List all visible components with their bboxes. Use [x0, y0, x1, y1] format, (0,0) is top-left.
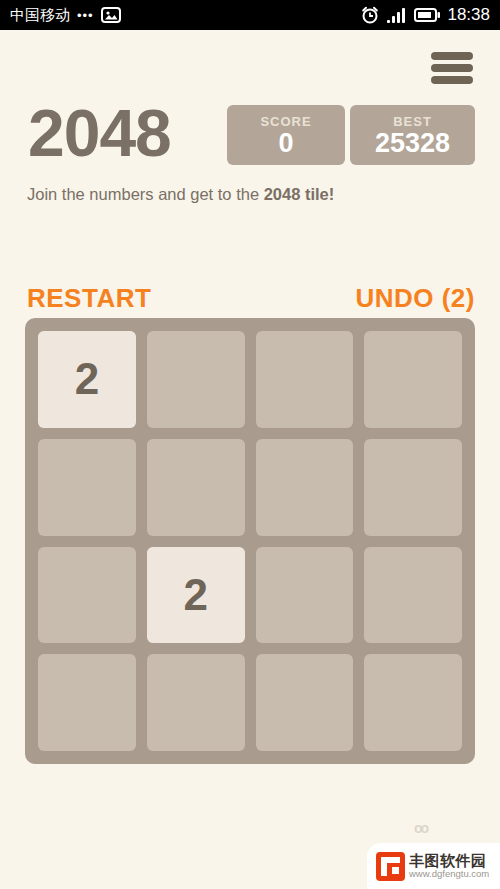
board-cell: [364, 547, 462, 644]
watermark-site-url: www.dgfengtu.com: [409, 869, 489, 879]
board-cell: [147, 654, 245, 751]
faint-artifact: oo: [414, 820, 427, 836]
carrier-label: 中国移动: [10, 6, 70, 25]
board-cell: [38, 439, 136, 536]
alarm-icon: [360, 5, 380, 25]
tile-2: 2: [38, 331, 136, 428]
score-box: SCORE 0: [227, 105, 345, 165]
best-value: 25328: [375, 129, 450, 159]
controls-row: RESTART UNDO (2): [27, 283, 475, 314]
watermark-logo-icon: [376, 852, 405, 881]
game-subtitle: Join the numbers and get to the 2048 til…: [27, 185, 334, 204]
tile-2: 2: [147, 547, 245, 644]
board-cell: [38, 654, 136, 751]
watermark-site-name: 丰图软件园: [409, 853, 489, 870]
board-cell: [256, 331, 354, 428]
picture-icon: [101, 7, 121, 23]
menu-button[interactable]: [431, 52, 473, 85]
board-cell: 2: [147, 547, 245, 644]
board-cell: [147, 331, 245, 428]
status-bar: 中国移动 •••: [0, 0, 500, 30]
battery-icon: [414, 8, 440, 22]
restart-button[interactable]: RESTART: [27, 283, 151, 314]
score-value: 0: [278, 129, 293, 159]
best-label: BEST: [393, 114, 432, 129]
menu-icon: [431, 52, 473, 60]
page-title: 2048: [28, 100, 171, 166]
board-cell: [147, 439, 245, 536]
board-cell: [364, 439, 462, 536]
board[interactable]: 22: [25, 318, 475, 764]
board-cell: [38, 547, 136, 644]
signal-icon: [387, 8, 407, 23]
board-cell: [256, 547, 354, 644]
score-label: SCORE: [260, 114, 311, 129]
watermark-card: 丰图软件园 www.dgfengtu.com: [367, 843, 500, 889]
subtitle-bold: 2048 tile!: [264, 185, 335, 203]
board-cell: 2: [38, 331, 136, 428]
board-cell: [256, 439, 354, 536]
clock-time: 18:38: [447, 5, 490, 25]
board-cell: [256, 654, 354, 751]
notification-dots: •••: [77, 8, 94, 23]
board-cell: [364, 654, 462, 751]
best-box: BEST 25328: [350, 105, 475, 165]
phone-screen: 中国移动 •••: [0, 0, 500, 889]
board-cell: [364, 331, 462, 428]
undo-button[interactable]: UNDO (2): [355, 283, 475, 314]
